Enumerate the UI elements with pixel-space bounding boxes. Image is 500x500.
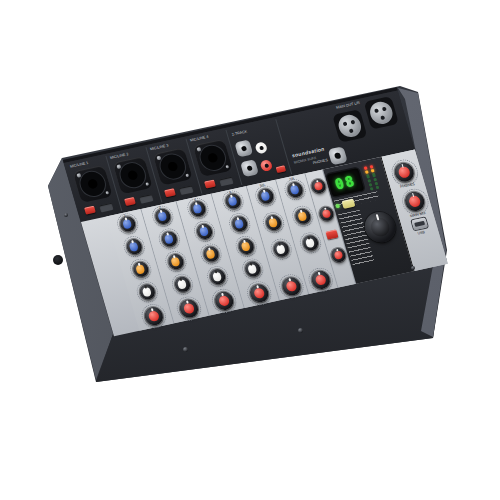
channel-pad-button [204, 180, 216, 189]
tape-label: 2-TRACK [231, 130, 247, 137]
channel-pad-button [164, 188, 176, 197]
combo-xlr-jack [153, 147, 193, 185]
quarter-inch-jack [234, 139, 253, 157]
tape-to-mix-button [276, 165, 286, 173]
channel-switch [179, 185, 194, 195]
channel-switch [139, 194, 154, 204]
rca-jack-red [259, 159, 273, 172]
program-select-button [341, 199, 355, 209]
channel-pad-button [84, 206, 96, 215]
usb-label: USB [409, 228, 433, 236]
meter-led [375, 186, 379, 190]
xlr-main-out-left [332, 109, 367, 143]
display-digits: 08 [333, 172, 358, 192]
main-out-label: MAIN OUT L/R [336, 101, 361, 110]
xlr-main-out-right [364, 96, 399, 130]
mic-line-label: MIC/LINE 1 [70, 161, 89, 168]
channel-switch [219, 177, 234, 187]
combo-xlr-jack [73, 165, 113, 203]
screw [298, 328, 303, 333]
usb-port [411, 217, 428, 230]
meter-led [372, 173, 376, 177]
meter-led [366, 174, 370, 178]
rca-jack-white [254, 141, 268, 154]
fx-program-display: 08 [327, 168, 365, 196]
combo-xlr-jack [193, 139, 233, 177]
mic-line-label: MIC/LINE 4 [190, 135, 209, 142]
mic-line-label: MIC/LINE 3 [150, 144, 169, 151]
screw [183, 347, 188, 352]
quarter-inch-jack [240, 159, 259, 177]
fx-level-knob [330, 247, 348, 264]
product-photo-mixer: MIC/LINE 1 MIC/LINE 2 MIC/LINE 3 MIC/LIN… [0, 0, 500, 500]
mic-line-label: MIC/LINE 2 [110, 152, 129, 159]
fx-send-2-knob [318, 205, 336, 222]
channel-pad-button [124, 197, 136, 206]
screw [64, 213, 68, 217]
fx-mute-button [325, 229, 338, 239]
combo-xlr-jack [113, 156, 153, 194]
channel-switch [99, 203, 114, 213]
meter-led [367, 179, 371, 183]
rubber-foot [53, 255, 63, 265]
meter-led [370, 187, 374, 191]
meter-led [373, 177, 377, 181]
screw [411, 266, 415, 270]
fx-send-1-knob [310, 178, 328, 195]
